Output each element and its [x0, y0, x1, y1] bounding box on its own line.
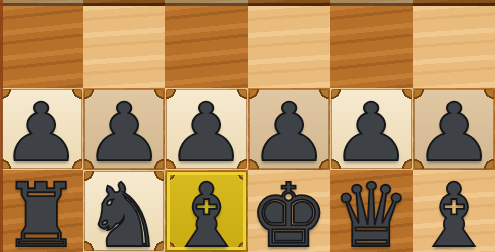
square-d8[interactable]: ♛	[330, 170, 413, 252]
black-bishop: ♝	[165, 175, 248, 252]
square-e8[interactable]: ♚	[248, 170, 331, 252]
black-pawn: ♟	[408, 92, 495, 174]
square-c8[interactable]: ♝	[413, 170, 495, 252]
black-king: ♚	[248, 175, 331, 252]
square-h8[interactable]: ♜	[0, 170, 83, 252]
square-g6[interactable]	[83, 6, 166, 88]
chess-board-viewport: ♟♟♟♟♟♟♜♞♝♚♛♝	[0, 0, 495, 252]
square-c7[interactable]: ♟	[413, 88, 495, 170]
square-h7[interactable]: ♟	[0, 88, 83, 170]
black-queen: ♛	[330, 175, 413, 252]
square-e7[interactable]: ♟	[248, 88, 331, 170]
square-d6[interactable]	[330, 6, 413, 88]
square-f7[interactable]: ♟	[165, 88, 248, 170]
black-rook: ♜	[0, 175, 83, 252]
square-g8[interactable]: ♞	[83, 170, 166, 252]
square-d7[interactable]: ♟	[330, 88, 413, 170]
black-bishop: ♝	[413, 175, 495, 252]
square-f8[interactable]: ♝	[165, 170, 248, 252]
square-g7[interactable]: ♟	[83, 88, 166, 170]
square-f6[interactable]	[165, 6, 248, 88]
black-pawn: ♟	[160, 92, 252, 174]
square-e6[interactable]	[248, 6, 331, 88]
square-h6[interactable]	[0, 6, 83, 88]
square-c6[interactable]	[413, 6, 495, 88]
black-pawn: ♟	[0, 92, 87, 174]
black-pawn: ♟	[78, 92, 170, 174]
black-pawn: ♟	[243, 92, 335, 174]
chess-board: ♟♟♟♟♟♟♜♞♝♚♛♝	[0, 0, 495, 252]
black-pawn: ♟	[325, 92, 417, 174]
black-knight: ♞	[83, 175, 166, 252]
